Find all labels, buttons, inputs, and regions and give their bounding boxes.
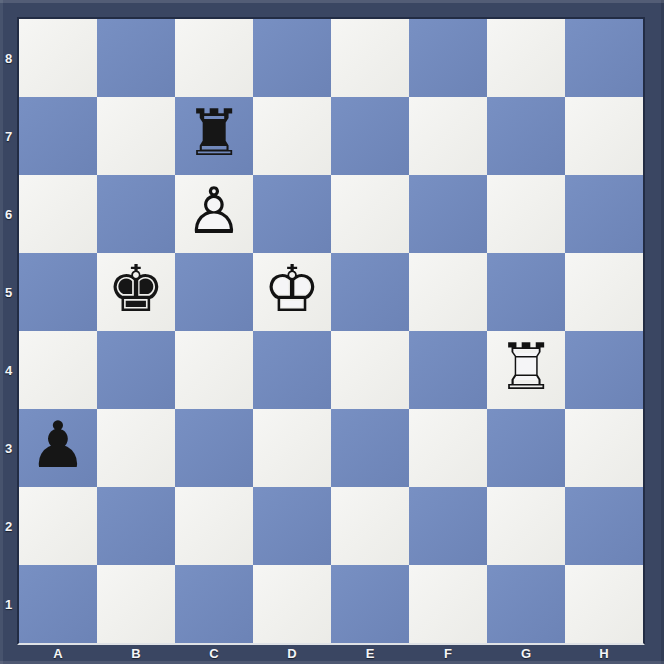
square-g2[interactable] xyxy=(487,487,565,565)
square-g4[interactable]: ♜♖ xyxy=(487,331,565,409)
square-a2[interactable] xyxy=(19,487,97,565)
square-a8[interactable] xyxy=(19,19,97,97)
square-f4[interactable] xyxy=(409,331,487,409)
square-a3[interactable]: ♟ xyxy=(19,409,97,487)
file-label-e: E xyxy=(331,643,409,664)
square-c1[interactable] xyxy=(175,565,253,643)
square-b4[interactable] xyxy=(97,331,175,409)
white-rook[interactable]: ♜♖ xyxy=(487,331,565,409)
square-g5[interactable] xyxy=(487,253,565,331)
square-c7[interactable]: ♜ xyxy=(175,97,253,175)
square-d3[interactable] xyxy=(253,409,331,487)
file-label-b: B xyxy=(97,643,175,664)
square-e2[interactable] xyxy=(331,487,409,565)
square-b1[interactable] xyxy=(97,565,175,643)
square-d7[interactable] xyxy=(253,97,331,175)
square-f8[interactable] xyxy=(409,19,487,97)
square-h3[interactable] xyxy=(565,409,643,487)
square-f3[interactable] xyxy=(409,409,487,487)
square-h2[interactable] xyxy=(565,487,643,565)
square-a5[interactable] xyxy=(19,253,97,331)
square-a7[interactable] xyxy=(19,97,97,175)
square-h4[interactable] xyxy=(565,331,643,409)
square-c8[interactable] xyxy=(175,19,253,97)
square-g1[interactable] xyxy=(487,565,565,643)
rank-label-4: 4 xyxy=(0,331,17,409)
white-king[interactable]: ♚♔ xyxy=(253,253,331,331)
square-b8[interactable] xyxy=(97,19,175,97)
square-h5[interactable] xyxy=(565,253,643,331)
square-a4[interactable] xyxy=(19,331,97,409)
square-g3[interactable] xyxy=(487,409,565,487)
rank-label-1: 1 xyxy=(0,565,17,643)
chess-board-frame: ♜♟♙♚♚♔♜♖♟ 87654321 ABCDEFGH xyxy=(0,0,664,664)
chess-board: ♜♟♙♚♚♔♜♖♟ xyxy=(17,17,645,645)
square-d2[interactable] xyxy=(253,487,331,565)
square-g7[interactable] xyxy=(487,97,565,175)
square-c2[interactable] xyxy=(175,487,253,565)
file-label-g: G xyxy=(487,643,565,664)
square-e5[interactable] xyxy=(331,253,409,331)
square-c4[interactable] xyxy=(175,331,253,409)
black-king[interactable]: ♚ xyxy=(97,253,175,331)
file-label-f: F xyxy=(409,643,487,664)
rank-label-8: 8 xyxy=(0,19,17,97)
black-pawn-glyph: ♟ xyxy=(29,413,86,477)
square-g6[interactable] xyxy=(487,175,565,253)
square-c3[interactable] xyxy=(175,409,253,487)
square-h7[interactable] xyxy=(565,97,643,175)
file-label-h: H xyxy=(565,643,643,664)
square-b5[interactable]: ♚ xyxy=(97,253,175,331)
square-e4[interactable] xyxy=(331,331,409,409)
square-f6[interactable] xyxy=(409,175,487,253)
square-f1[interactable] xyxy=(409,565,487,643)
square-e3[interactable] xyxy=(331,409,409,487)
square-h8[interactable] xyxy=(565,19,643,97)
black-rook-glyph: ♜ xyxy=(185,101,242,165)
rank-label-6: 6 xyxy=(0,175,17,253)
rank-label-3: 3 xyxy=(0,409,17,487)
square-d8[interactable] xyxy=(253,19,331,97)
white-pawn[interactable]: ♟♙ xyxy=(175,175,253,253)
rank-label-7: 7 xyxy=(0,97,17,175)
square-b3[interactable] xyxy=(97,409,175,487)
black-pawn[interactable]: ♟ xyxy=(19,409,97,487)
square-b2[interactable] xyxy=(97,487,175,565)
square-e6[interactable] xyxy=(331,175,409,253)
rank-label-2: 2 xyxy=(0,487,17,565)
square-e7[interactable] xyxy=(331,97,409,175)
square-f2[interactable] xyxy=(409,487,487,565)
square-e8[interactable] xyxy=(331,19,409,97)
white-king-glyph: ♔ xyxy=(263,257,320,321)
square-d6[interactable] xyxy=(253,175,331,253)
file-label-c: C xyxy=(175,643,253,664)
black-king-glyph: ♚ xyxy=(107,257,164,321)
white-pawn-glyph: ♙ xyxy=(185,179,242,243)
square-b7[interactable] xyxy=(97,97,175,175)
square-g8[interactable] xyxy=(487,19,565,97)
square-d1[interactable] xyxy=(253,565,331,643)
square-b6[interactable] xyxy=(97,175,175,253)
square-d4[interactable] xyxy=(253,331,331,409)
rank-label-5: 5 xyxy=(0,253,17,331)
square-c6[interactable]: ♟♙ xyxy=(175,175,253,253)
square-h1[interactable] xyxy=(565,565,643,643)
square-f5[interactable] xyxy=(409,253,487,331)
file-label-d: D xyxy=(253,643,331,664)
black-rook[interactable]: ♜ xyxy=(175,97,253,175)
white-rook-glyph: ♖ xyxy=(497,335,554,399)
square-f7[interactable] xyxy=(409,97,487,175)
square-h6[interactable] xyxy=(565,175,643,253)
square-d5[interactable]: ♚♔ xyxy=(253,253,331,331)
square-a6[interactable] xyxy=(19,175,97,253)
square-a1[interactable] xyxy=(19,565,97,643)
square-c5[interactable] xyxy=(175,253,253,331)
file-label-a: A xyxy=(19,643,97,664)
square-e1[interactable] xyxy=(331,565,409,643)
